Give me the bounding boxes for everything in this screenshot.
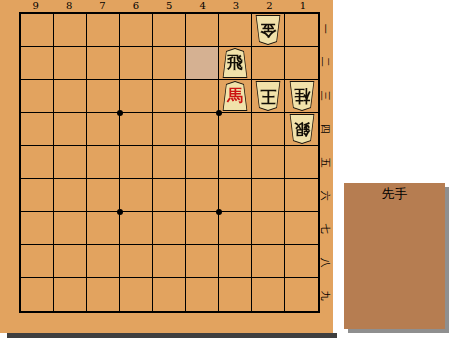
square-34[interactable] [219,113,252,146]
square-56[interactable] [153,179,186,212]
square-14[interactable]: 銀 [285,113,318,146]
square-27[interactable] [252,212,285,245]
square-17[interactable] [285,212,318,245]
square-47[interactable] [186,212,219,245]
square-45[interactable] [186,146,219,179]
square-75[interactable] [87,146,120,179]
piece-face: 王 [255,82,281,110]
piece-glyph: 飛 [222,55,248,71]
file-label-1: 1 [286,0,319,12]
square-57[interactable] [153,212,186,245]
file-label-8: 8 [52,0,85,12]
square-33[interactable]: 馬 [219,80,252,113]
square-51[interactable] [153,14,186,47]
square-88[interactable] [54,245,87,278]
shogi-app: 987654321 一二三四五六七八九 金飛馬王桂銀 先手 [0,0,451,340]
square-59[interactable] [153,278,186,311]
gote-knight[interactable]: 桂 [288,81,316,111]
file-label-9: 9 [19,0,52,12]
piece-glyph: 王 [255,88,281,104]
square-74[interactable] [87,113,120,146]
square-97[interactable] [21,212,54,245]
square-68[interactable] [120,245,153,278]
gote-king[interactable]: 王 [254,81,282,111]
file-label-2: 2 [253,0,286,12]
piece-face: 金 [255,16,281,44]
file-label-7: 7 [86,0,119,12]
square-65[interactable] [120,146,153,179]
gote-gold[interactable]: 金 [254,15,282,45]
square-55[interactable] [153,146,186,179]
square-61[interactable] [120,14,153,47]
sente-hand-panel[interactable]: 先手 [344,183,445,329]
square-94[interactable] [21,113,54,146]
file-label-3: 3 [219,0,252,12]
square-83[interactable] [54,80,87,113]
square-11[interactable] [285,14,318,47]
square-76[interactable] [87,179,120,212]
square-53[interactable] [153,80,186,113]
piece-face: 桂 [289,82,315,110]
square-98[interactable] [21,245,54,278]
square-35[interactable] [219,146,252,179]
square-69[interactable] [120,278,153,311]
square-31[interactable] [219,14,252,47]
board-drop-shadow [7,333,337,338]
square-54[interactable] [153,113,186,146]
file-label-5: 5 [153,0,186,12]
square-86[interactable] [54,179,87,212]
square-39[interactable] [219,278,252,311]
square-66[interactable] [120,179,153,212]
square-26[interactable] [252,179,285,212]
shogi-board: 987654321 一二三四五六七八九 金飛馬王桂銀 [0,0,333,333]
square-64[interactable] [120,113,153,146]
square-19[interactable] [285,278,318,311]
square-41[interactable] [186,14,219,47]
sente-rook[interactable]: 飛 [221,48,249,78]
square-49[interactable] [186,278,219,311]
square-63[interactable] [120,80,153,113]
square-79[interactable] [87,278,120,311]
square-71[interactable] [87,14,120,47]
square-78[interactable] [87,245,120,278]
square-52[interactable] [153,47,186,80]
piece-face: 馬 [222,82,248,110]
square-48[interactable] [186,245,219,278]
square-96[interactable] [21,179,54,212]
file-label-6: 6 [119,0,152,12]
square-38[interactable] [219,245,252,278]
square-87[interactable] [54,212,87,245]
square-77[interactable] [87,212,120,245]
square-95[interactable] [21,146,54,179]
square-62[interactable] [120,47,153,80]
square-67[interactable] [120,212,153,245]
file-labels: 987654321 [19,0,320,12]
square-16[interactable] [285,179,318,212]
piece-glyph: 桂 [289,88,315,104]
square-32[interactable]: 飛 [219,47,252,80]
square-37[interactable] [219,212,252,245]
square-58[interactable] [153,245,186,278]
piece-glyph: 金 [255,22,281,38]
square-73[interactable] [87,80,120,113]
square-72[interactable] [87,47,120,80]
square-81[interactable] [54,14,87,47]
square-28[interactable] [252,245,285,278]
square-25[interactable] [252,146,285,179]
square-13[interactable]: 桂 [285,80,318,113]
piece-face: 飛 [222,49,248,77]
gote-silver[interactable]: 銀 [288,114,316,144]
square-43[interactable] [186,80,219,113]
square-12[interactable] [285,47,318,80]
square-91[interactable] [21,14,54,47]
sente-hand-label: 先手 [344,185,445,203]
square-82[interactable] [54,47,87,80]
piece-face: 銀 [289,115,315,143]
board-grid: 金飛馬王桂銀 [19,12,320,313]
square-22[interactable] [252,47,285,80]
square-92[interactable] [21,47,54,80]
file-label-4: 4 [186,0,219,12]
square-85[interactable] [54,146,87,179]
square-36[interactable] [219,179,252,212]
square-23[interactable]: 王 [252,80,285,113]
square-21[interactable]: 金 [252,14,285,47]
square-84[interactable] [54,113,87,146]
piece-glyph: 銀 [289,121,315,137]
square-46[interactable] [186,179,219,212]
square-18[interactable] [285,245,318,278]
sente-promoted-bishop[interactable]: 馬 [221,81,249,111]
square-42[interactable] [186,47,219,80]
rank-labels: 一二三四五六七八九 [318,12,333,313]
square-15[interactable] [285,146,318,179]
square-29[interactable] [252,278,285,311]
square-99[interactable] [21,278,54,311]
square-93[interactable] [21,80,54,113]
piece-glyph: 馬 [222,88,248,104]
square-89[interactable] [54,278,87,311]
square-44[interactable] [186,113,219,146]
square-24[interactable] [252,113,285,146]
